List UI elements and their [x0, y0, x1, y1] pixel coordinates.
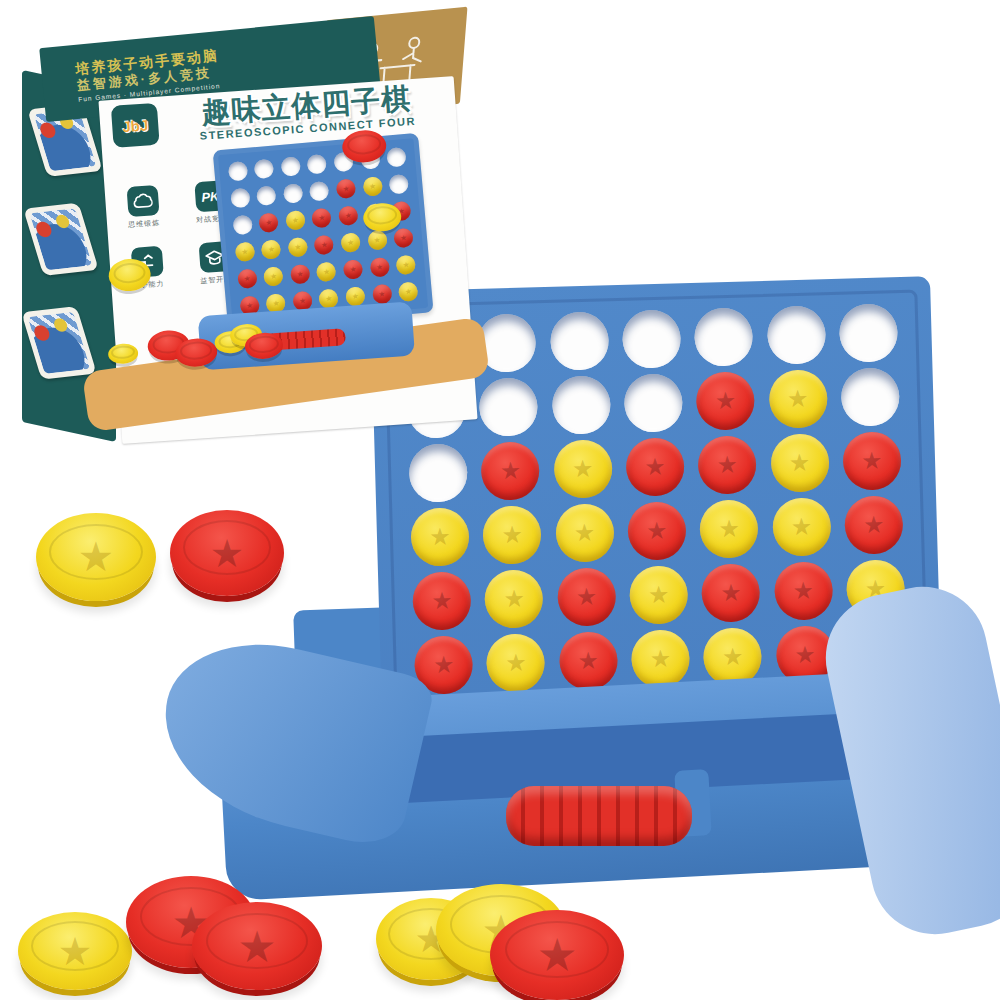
star-emboss: ★ — [701, 563, 761, 623]
star-emboss: ★ — [261, 239, 282, 260]
board-disc: ★ — [398, 281, 419, 302]
thumbnail-image — [28, 312, 91, 374]
cell-r4c2-yellow-disc: ★ — [260, 238, 282, 261]
cell-r1c3-empty — [280, 155, 302, 178]
cell-r2c3-empty — [282, 182, 304, 205]
thumbnail-image — [30, 208, 93, 270]
cell-r1c4-empty — [306, 153, 328, 176]
board-disc: ★ — [369, 257, 390, 278]
board-disc: ★ — [345, 286, 366, 307]
board-disc: ★ — [372, 284, 393, 305]
yellow-loose-disc: ★ — [18, 912, 132, 990]
cell-r1c2-empty — [253, 158, 275, 181]
cell-r5c5-red-disc: ★ — [342, 258, 364, 281]
cell-r3c5-red-disc: ★ — [693, 435, 761, 495]
cell-r3c7-red-disc: ★ — [390, 200, 412, 223]
star-emboss: ★ — [768, 369, 828, 429]
board-disc: ★ — [263, 266, 284, 287]
star-emboss: ★ — [336, 179, 357, 200]
cell-r6c3-red-disc: ★ — [554, 631, 622, 691]
star-emboss: ★ — [316, 262, 337, 283]
star-emboss: ★ — [844, 495, 904, 555]
cell-r1c6-empty — [762, 305, 830, 365]
brand-logo-text: JbJ — [122, 116, 149, 135]
empty-hole — [307, 154, 328, 175]
star-emboss: ★ — [410, 507, 470, 567]
cell-r4c1-yellow-disc: ★ — [406, 507, 474, 567]
board-disc: ★ — [393, 228, 414, 249]
board-disc: ★ — [629, 565, 689, 625]
star-emboss: ★ — [696, 371, 756, 431]
cell-r1c5-empty — [690, 307, 758, 367]
board-disc: ★ — [312, 208, 333, 229]
empty-hole — [766, 305, 826, 365]
empty-hole — [333, 152, 354, 173]
box-art-board-grid: ★★★★★★★★★★★★★★★★★★★★★★★★★★★★★ — [227, 146, 420, 317]
star-emboss: ★ — [483, 505, 543, 565]
cell-r4c4-red-disc: ★ — [623, 501, 691, 561]
cell-r2c2-empty — [475, 377, 543, 437]
board-disc: ★ — [340, 232, 361, 253]
cell-r4c3-yellow-disc: ★ — [551, 503, 619, 563]
empty-hole — [549, 311, 609, 371]
board-disc: ★ — [336, 179, 357, 200]
board-disc: ★ — [391, 201, 412, 222]
cell-r5c1-red-disc: ★ — [408, 571, 476, 631]
yellow-loose-disc: ★ — [36, 513, 156, 601]
cell-r5c6-red-disc: ★ — [368, 256, 390, 279]
box-side-thumbnail — [23, 203, 99, 276]
board-disc: ★ — [316, 262, 337, 283]
board-disc: ★ — [772, 497, 832, 557]
star-emboss: ★ — [18, 912, 132, 990]
star-emboss: ★ — [484, 569, 544, 629]
cell-r5c2-yellow-disc: ★ — [263, 265, 285, 288]
board-disc: ★ — [555, 503, 615, 563]
star-emboss: ★ — [398, 281, 419, 302]
board-disc: ★ — [343, 259, 364, 280]
red-loose-disc: ★ — [170, 510, 284, 596]
board-disc: ★ — [362, 176, 383, 197]
cell-r4c5-yellow-disc: ★ — [340, 231, 362, 254]
cell-r6c7-yellow-disc: ★ — [397, 280, 419, 303]
empty-hole — [840, 367, 900, 427]
star-emboss: ★ — [343, 259, 364, 280]
cell-r4c3-yellow-disc: ★ — [287, 236, 309, 259]
cell-r1c6-empty — [359, 148, 381, 171]
cell-r4c7-red-disc: ★ — [393, 227, 415, 250]
empty-hole — [230, 188, 251, 209]
board-disc: ★ — [237, 268, 258, 289]
board-disc: ★ — [259, 212, 280, 233]
star-emboss: ★ — [290, 264, 311, 285]
star-emboss: ★ — [235, 242, 256, 263]
star-emboss: ★ — [393, 228, 414, 249]
star-emboss: ★ — [627, 501, 687, 561]
star-emboss: ★ — [486, 633, 546, 693]
board-disc: ★ — [844, 495, 904, 555]
cell-r3c6-yellow-disc: ★ — [364, 202, 386, 225]
cell-r3c4-red-disc: ★ — [621, 437, 689, 497]
cell-r2c2-empty — [255, 184, 277, 207]
star-emboss: ★ — [263, 266, 284, 287]
cell-r4c6-yellow-disc: ★ — [767, 497, 835, 557]
star-emboss: ★ — [412, 571, 472, 631]
cell-r4c7-red-disc: ★ — [840, 495, 908, 555]
cell-r1c3-empty — [545, 311, 613, 371]
board-disc: ★ — [285, 210, 306, 231]
empty-hole — [551, 375, 611, 435]
board-disc: ★ — [773, 561, 833, 621]
board-disc: ★ — [625, 437, 685, 497]
red-loose-disc: ★ — [192, 902, 322, 990]
cell-r3c2-red-disc: ★ — [477, 441, 545, 501]
feature-label: 动手能力 — [132, 279, 165, 291]
star-emboss: ★ — [369, 257, 390, 278]
cell-r1c7-empty — [385, 146, 407, 169]
board-disc: ★ — [410, 507, 470, 567]
star-emboss: ★ — [629, 565, 689, 625]
board-disc: ★ — [627, 501, 687, 561]
cell-r3c6-yellow-disc: ★ — [766, 433, 834, 493]
board-disc: ★ — [557, 567, 617, 627]
feature-label: 思维锻炼 — [128, 218, 161, 230]
cell-r5c4-yellow-disc: ★ — [315, 260, 337, 283]
board-disc: ★ — [631, 629, 691, 689]
board-disc: ★ — [261, 239, 282, 260]
cell-r5c3-red-disc: ★ — [289, 263, 311, 286]
cell-r3c1-empty — [404, 443, 472, 503]
red-loose-disc: ★ — [490, 910, 624, 1000]
star-emboss: ★ — [558, 631, 618, 691]
cell-r3c2-red-disc: ★ — [258, 211, 280, 234]
empty-hole — [256, 185, 277, 206]
star-emboss: ★ — [436, 884, 566, 976]
empty-hole — [360, 149, 381, 170]
cell-r3c3-yellow-disc: ★ — [549, 439, 617, 499]
empty-hole — [694, 307, 754, 367]
cell-r6c4-yellow-disc: ★ — [627, 629, 695, 689]
star-emboss: ★ — [376, 898, 486, 980]
star-emboss: ★ — [396, 255, 417, 276]
cell-r3c4-red-disc: ★ — [311, 207, 333, 230]
empty-hole — [622, 309, 682, 369]
board-disc: ★ — [367, 230, 388, 251]
empty-hole — [254, 159, 275, 180]
yellow-loose-disc: ★ — [376, 898, 486, 980]
yellow-loose-disc: ★ — [436, 884, 566, 976]
cell-r4c4-red-disc: ★ — [313, 234, 335, 257]
empty-hole — [409, 443, 469, 503]
board-disc: ★ — [338, 205, 359, 226]
star-emboss: ★ — [631, 629, 691, 689]
star-emboss: ★ — [365, 203, 386, 224]
cell-r2c5-red-disc: ★ — [692, 371, 760, 431]
star-emboss: ★ — [288, 237, 309, 258]
empty-hole — [624, 373, 684, 433]
star-emboss: ★ — [362, 176, 383, 197]
star-emboss: ★ — [345, 286, 366, 307]
board-disc: ★ — [698, 435, 758, 495]
cell-r6c2-yellow-disc: ★ — [482, 633, 550, 693]
brain-icon — [126, 185, 159, 217]
cell-r1c5-empty — [333, 151, 355, 174]
board-disc: ★ — [483, 505, 543, 565]
box-side-thumbnail — [21, 306, 97, 379]
cell-r5c4-yellow-disc: ★ — [625, 565, 693, 625]
star-emboss: ★ — [555, 503, 615, 563]
product-photo-scene: 培养孩子动手要动脑 益智游戏·多人竞技 Fun Games · Multipla… — [0, 0, 1000, 1000]
star-emboss: ★ — [481, 441, 541, 501]
cell-r2c5-red-disc: ★ — [335, 177, 357, 200]
star-emboss: ★ — [625, 437, 685, 497]
star-emboss: ★ — [36, 513, 156, 601]
cell-r2c1-empty — [229, 187, 251, 210]
cell-r2c7-empty — [388, 173, 410, 196]
board-disc: ★ — [396, 255, 417, 276]
star-emboss: ★ — [490, 910, 624, 1000]
empty-hole — [479, 377, 539, 437]
star-emboss: ★ — [772, 497, 832, 557]
board-disc: ★ — [235, 242, 256, 263]
cell-r4c1-yellow-disc: ★ — [234, 241, 256, 264]
board-disc: ★ — [558, 631, 618, 691]
star-emboss: ★ — [192, 902, 322, 990]
star-emboss: ★ — [773, 561, 833, 621]
cell-r2c6-yellow-disc: ★ — [764, 369, 832, 429]
star-emboss: ★ — [770, 433, 830, 493]
star-emboss: ★ — [698, 435, 758, 495]
cell-r3c7-red-disc: ★ — [838, 431, 906, 491]
cell-r4c2-yellow-disc: ★ — [478, 505, 546, 565]
hands-on-icon — [130, 246, 163, 278]
star-emboss: ★ — [699, 499, 759, 559]
feature-hands-on: 动手能力 — [117, 245, 178, 292]
brand-logo: JbJ — [111, 103, 160, 148]
board-disc: ★ — [768, 369, 828, 429]
red-loose-disc — [147, 329, 191, 362]
cell-r3c1-empty — [231, 214, 253, 237]
feature-thinking: 思维锻炼 — [113, 184, 174, 231]
box-front-face: JbJ 趣味立体四子棋 STEREOSCOPIC CONNECT FOUR 思维… — [98, 76, 477, 444]
board-disc: ★ — [484, 569, 544, 629]
cell-r3c5-red-disc: ★ — [337, 204, 359, 227]
star-emboss: ★ — [367, 230, 388, 251]
star-emboss: ★ — [237, 268, 258, 289]
cell-r4c6-yellow-disc: ★ — [366, 229, 388, 252]
cell-r5c5-red-disc: ★ — [697, 563, 765, 623]
cell-r2c4-empty — [308, 180, 330, 203]
star-emboss: ★ — [338, 205, 359, 226]
board-disc: ★ — [770, 433, 830, 493]
board-disc: ★ — [486, 633, 546, 693]
product-box: 培养孩子动手要动脑 益智游戏·多人竞技 Fun Games · Multipla… — [14, 14, 464, 434]
board-disc: ★ — [701, 563, 761, 623]
star-emboss: ★ — [372, 284, 393, 305]
cell-r2c7-empty — [836, 367, 904, 427]
star-emboss: ★ — [259, 212, 280, 233]
board-disc: ★ — [314, 235, 335, 256]
cell-r5c6-red-disc: ★ — [769, 561, 837, 621]
star-emboss: ★ — [340, 232, 361, 253]
red-roller — [506, 786, 692, 846]
empty-hole — [839, 303, 899, 363]
cell-r2c4-empty — [619, 373, 687, 433]
empty-hole — [280, 156, 301, 177]
cell-r3c3-yellow-disc: ★ — [284, 209, 306, 232]
star-emboss: ★ — [553, 439, 613, 499]
board-disc: ★ — [842, 431, 902, 491]
cell-r2c3-empty — [547, 375, 615, 435]
star-emboss: ★ — [285, 210, 306, 231]
cell-r4c5-yellow-disc: ★ — [695, 499, 763, 559]
board-disc: ★ — [365, 203, 386, 224]
empty-hole — [389, 174, 410, 195]
cell-r5c1-red-disc: ★ — [236, 267, 258, 290]
star-emboss: ★ — [391, 201, 412, 222]
star-emboss: ★ — [312, 208, 333, 229]
cell-r1c1-empty — [227, 160, 249, 183]
star-emboss: ★ — [557, 567, 617, 627]
box-art-board: ★★★★★★★★★★★★★★★★★★★★★★★★★★★★★ — [213, 133, 434, 330]
empty-hole — [309, 181, 330, 202]
star-emboss: ★ — [170, 510, 284, 596]
cell-r2c6-yellow-disc: ★ — [361, 175, 383, 198]
empty-hole — [228, 161, 249, 182]
board-disc: ★ — [288, 237, 309, 258]
empty-hole — [386, 147, 407, 168]
empty-hole — [283, 183, 304, 204]
cell-r5c3-red-disc: ★ — [553, 567, 621, 627]
empty-hole — [232, 215, 253, 236]
cell-r1c7-empty — [834, 303, 902, 363]
board-disc: ★ — [481, 441, 541, 501]
star-emboss: ★ — [842, 431, 902, 491]
board-disc: ★ — [290, 264, 311, 285]
cell-r5c7-yellow-disc: ★ — [395, 254, 417, 277]
board-disc: ★ — [553, 439, 613, 499]
star-emboss: ★ — [314, 235, 335, 256]
cell-r5c2-yellow-disc: ★ — [480, 569, 548, 629]
board-disc: ★ — [699, 499, 759, 559]
board-disc: ★ — [412, 571, 472, 631]
cell-r1c4-empty — [618, 309, 686, 369]
board-disc: ★ — [696, 371, 756, 431]
